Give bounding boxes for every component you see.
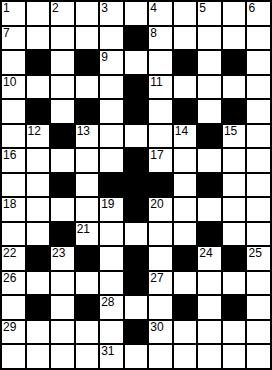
cell-r0c10[interactable]: 6 xyxy=(247,2,270,25)
cell-r13c6[interactable]: 30 xyxy=(149,321,172,344)
black-cell-r10c5 xyxy=(125,247,148,270)
cell-r3c8[interactable] xyxy=(198,76,221,99)
black-cell-r4c1 xyxy=(27,100,50,123)
cell-r4c4[interactable] xyxy=(100,100,123,123)
cell-r10c2[interactable]: 23 xyxy=(51,247,74,270)
black-cell-r5c2 xyxy=(51,125,74,148)
cell-r1c6[interactable]: 8 xyxy=(149,27,172,50)
clue-number: 21 xyxy=(77,223,90,236)
cell-r4c8[interactable] xyxy=(198,100,221,123)
cell-r3c0[interactable]: 10 xyxy=(2,76,25,99)
cell-r1c8[interactable] xyxy=(198,27,221,50)
cell-r5c3[interactable]: 13 xyxy=(76,125,99,148)
cell-r13c8[interactable] xyxy=(198,321,221,344)
black-cell-r12c3 xyxy=(76,296,99,319)
clue-number: 11 xyxy=(150,76,162,89)
cell-r1c3[interactable] xyxy=(76,27,99,50)
cell-r7c7[interactable] xyxy=(174,174,197,197)
clue-number: 15 xyxy=(224,125,237,138)
cell-r1c1[interactable] xyxy=(27,27,50,50)
cell-r0c6[interactable]: 4 xyxy=(149,2,172,25)
cell-r12c0[interactable] xyxy=(2,296,25,319)
cell-r0c7[interactable] xyxy=(174,2,197,25)
cell-r7c1[interactable] xyxy=(27,174,50,197)
clue-number: 26 xyxy=(3,272,16,285)
clue-number: 19 xyxy=(101,198,114,211)
cell-r6c4[interactable] xyxy=(100,149,123,172)
cell-r10c10[interactable]: 25 xyxy=(247,247,270,270)
cell-r8c3[interactable] xyxy=(76,198,99,221)
cell-r6c2[interactable] xyxy=(51,149,74,172)
cell-r10c8[interactable]: 24 xyxy=(198,247,221,270)
cell-r6c8[interactable] xyxy=(198,149,221,172)
cell-r11c8[interactable] xyxy=(198,272,221,295)
cell-r14c2[interactable] xyxy=(51,345,74,368)
cell-r12c2[interactable] xyxy=(51,296,74,319)
clue-number: 4 xyxy=(150,2,157,15)
cell-r8c9[interactable] xyxy=(223,198,246,221)
cell-r3c3[interactable] xyxy=(76,76,99,99)
cell-r8c10[interactable] xyxy=(247,198,270,221)
clue-number: 16 xyxy=(3,149,16,162)
black-cell-r4c3 xyxy=(76,100,99,123)
cell-r8c6[interactable]: 20 xyxy=(149,198,172,221)
black-cell-r2c9 xyxy=(223,51,246,74)
cell-r6c3[interactable] xyxy=(76,149,99,172)
cell-r9c1[interactable] xyxy=(27,223,50,246)
cell-r14c6[interactable] xyxy=(149,345,172,368)
cell-r4c6[interactable] xyxy=(149,100,172,123)
cell-r5c10[interactable] xyxy=(247,125,270,148)
cell-r6c1[interactable] xyxy=(27,149,50,172)
cell-r4c10[interactable] xyxy=(247,100,270,123)
cell-r1c0[interactable]: 7 xyxy=(2,27,25,50)
black-cell-r1c5 xyxy=(125,27,148,50)
cell-r11c4[interactable] xyxy=(100,272,123,295)
cell-r11c10[interactable] xyxy=(247,272,270,295)
black-cell-r7c4 xyxy=(100,174,123,197)
clue-number: 17 xyxy=(150,149,163,162)
clue-number: 29 xyxy=(3,321,16,334)
clue-number: 27 xyxy=(150,272,163,285)
cell-r2c8[interactable] xyxy=(198,51,221,74)
cell-r8c1[interactable] xyxy=(27,198,50,221)
cell-r14c5[interactable] xyxy=(125,345,148,368)
black-cell-r12c1 xyxy=(27,296,50,319)
cell-r12c10[interactable] xyxy=(247,296,270,319)
cell-r14c3[interactable] xyxy=(76,345,99,368)
black-cell-r9c8 xyxy=(198,223,221,246)
black-cell-r10c1 xyxy=(27,247,50,270)
cell-r0c1[interactable] xyxy=(27,2,50,25)
cell-r13c3[interactable] xyxy=(76,321,99,344)
cell-r3c9[interactable] xyxy=(223,76,246,99)
cell-r14c4[interactable]: 31 xyxy=(100,345,123,368)
cell-r11c6[interactable]: 27 xyxy=(149,272,172,295)
clue-number: 10 xyxy=(3,76,16,89)
black-cell-r7c8 xyxy=(198,174,221,197)
clue-number: 24 xyxy=(199,247,212,260)
cell-r0c2[interactable]: 2 xyxy=(51,2,74,25)
cell-r5c6[interactable] xyxy=(149,125,172,148)
cell-r6c0[interactable]: 16 xyxy=(2,149,25,172)
cell-r11c9[interactable] xyxy=(223,272,246,295)
black-cell-r7c5 xyxy=(125,174,148,197)
clue-number: 22 xyxy=(3,247,16,260)
cell-r2c10[interactable] xyxy=(247,51,270,74)
cell-r1c4[interactable] xyxy=(100,27,123,50)
cell-r0c9[interactable] xyxy=(223,2,246,25)
cell-r13c1[interactable] xyxy=(27,321,50,344)
cell-r11c0[interactable]: 26 xyxy=(2,272,25,295)
cell-r9c0[interactable] xyxy=(2,223,25,246)
cell-r12c8[interactable] xyxy=(198,296,221,319)
cell-r6c9[interactable] xyxy=(223,149,246,172)
clue-number: 28 xyxy=(101,296,114,309)
cell-r3c6[interactable]: 11 xyxy=(149,76,172,99)
cell-r5c0[interactable] xyxy=(2,125,25,148)
cell-r3c2[interactable] xyxy=(51,76,74,99)
clue-number: 1 xyxy=(3,2,10,15)
cell-r14c1[interactable] xyxy=(27,345,50,368)
cell-r8c8[interactable] xyxy=(198,198,221,221)
black-cell-r9c2 xyxy=(51,223,74,246)
clue-number: 9 xyxy=(101,51,108,64)
cell-r1c10[interactable] xyxy=(247,27,270,50)
black-cell-r2c7 xyxy=(174,51,197,74)
black-cell-r6c5 xyxy=(125,149,148,172)
clue-number: 14 xyxy=(175,125,188,138)
cell-r14c7[interactable] xyxy=(174,345,197,368)
clue-number: 13 xyxy=(77,125,90,138)
cell-r2c6[interactable] xyxy=(149,51,172,74)
cell-r4c2[interactable] xyxy=(51,100,74,123)
cell-r9c6[interactable] xyxy=(149,223,172,246)
clue-number: 25 xyxy=(248,247,261,260)
cell-r13c0[interactable]: 29 xyxy=(2,321,25,344)
cell-r4c0[interactable] xyxy=(2,100,25,123)
black-cell-r4c9 xyxy=(223,100,246,123)
black-cell-r2c1 xyxy=(27,51,50,74)
cell-r5c1[interactable]: 12 xyxy=(27,125,50,148)
clue-number: 31 xyxy=(101,345,114,358)
cell-r5c4[interactable] xyxy=(100,125,123,148)
clue-number: 5 xyxy=(199,2,206,15)
black-cell-r10c7 xyxy=(174,247,197,270)
black-cell-r7c6 xyxy=(149,174,172,197)
cell-r2c5[interactable] xyxy=(125,51,148,74)
black-cell-r11c5 xyxy=(125,272,148,295)
clue-number: 7 xyxy=(3,27,10,40)
black-cell-r12c7 xyxy=(174,296,197,319)
cell-r0c5[interactable] xyxy=(125,2,148,25)
cell-r5c5[interactable] xyxy=(125,125,148,148)
cell-r12c5[interactable] xyxy=(125,296,148,319)
cell-r13c7[interactable] xyxy=(174,321,197,344)
black-cell-r10c9 xyxy=(223,247,246,270)
cell-r10c4[interactable] xyxy=(100,247,123,270)
cell-r3c1[interactable] xyxy=(27,76,50,99)
cell-r9c3[interactable]: 21 xyxy=(76,223,99,246)
cell-r7c9[interactable] xyxy=(223,174,246,197)
cell-r7c3[interactable] xyxy=(76,174,99,197)
clue-number: 6 xyxy=(248,2,255,15)
cell-r3c10[interactable] xyxy=(247,76,270,99)
clue-number: 18 xyxy=(3,198,16,211)
cell-r9c9[interactable] xyxy=(223,223,246,246)
cell-r13c10[interactable] xyxy=(247,321,270,344)
cell-r11c3[interactable] xyxy=(76,272,99,295)
black-cell-r4c7 xyxy=(174,100,197,123)
black-cell-r4c5 xyxy=(125,100,148,123)
cell-r0c0[interactable]: 1 xyxy=(2,2,25,25)
cell-r8c4[interactable]: 19 xyxy=(100,198,123,221)
black-cell-r7c2 xyxy=(51,174,74,197)
cell-r12c6[interactable] xyxy=(149,296,172,319)
cell-r6c10[interactable] xyxy=(247,149,270,172)
cell-r13c2[interactable] xyxy=(51,321,74,344)
clue-number: 20 xyxy=(150,198,163,211)
cell-r9c5[interactable] xyxy=(125,223,148,246)
cell-r2c2[interactable] xyxy=(51,51,74,74)
cell-r8c2[interactable] xyxy=(51,198,74,221)
cell-r11c2[interactable] xyxy=(51,272,74,295)
cell-r7c10[interactable] xyxy=(247,174,270,197)
cell-r6c6[interactable]: 17 xyxy=(149,149,172,172)
cell-r6c7[interactable] xyxy=(174,149,197,172)
cell-r14c0[interactable] xyxy=(2,345,25,368)
cell-r12c4[interactable]: 28 xyxy=(100,296,123,319)
cell-r0c8[interactable]: 5 xyxy=(198,2,221,25)
cell-r14c9[interactable] xyxy=(223,345,246,368)
cell-r3c4[interactable] xyxy=(100,76,123,99)
clue-number: 2 xyxy=(52,2,59,15)
clue-number: 23 xyxy=(52,247,65,260)
cell-r1c9[interactable] xyxy=(223,27,246,50)
cell-r5c9[interactable]: 15 xyxy=(223,125,246,148)
crossword-grid: 1234567891011121314151617181920212223242… xyxy=(0,0,272,370)
cell-r14c8[interactable] xyxy=(198,345,221,368)
cell-r2c0[interactable] xyxy=(2,51,25,74)
cell-r5c7[interactable]: 14 xyxy=(174,125,197,148)
cell-r0c3[interactable] xyxy=(76,2,99,25)
black-cell-r5c8 xyxy=(198,125,221,148)
cell-r7c0[interactable] xyxy=(2,174,25,197)
clue-number: 30 xyxy=(150,321,163,334)
clue-number: 3 xyxy=(101,2,108,15)
cell-r1c7[interactable] xyxy=(174,27,197,50)
cell-r11c1[interactable] xyxy=(27,272,50,295)
black-cell-r2c3 xyxy=(76,51,99,74)
black-cell-r10c3 xyxy=(76,247,99,270)
clue-number: 12 xyxy=(28,125,41,138)
cell-r3c7[interactable] xyxy=(174,76,197,99)
cell-r0c4[interactable]: 3 xyxy=(100,2,123,25)
cell-r13c9[interactable] xyxy=(223,321,246,344)
cell-r11c7[interactable] xyxy=(174,272,197,295)
cell-r14c10[interactable] xyxy=(247,345,270,368)
cell-r9c10[interactable] xyxy=(247,223,270,246)
cell-r10c0[interactable]: 22 xyxy=(2,247,25,270)
cell-r1c2[interactable] xyxy=(51,27,74,50)
clue-number: 8 xyxy=(150,27,157,40)
cell-r2c4[interactable]: 9 xyxy=(100,51,123,74)
cell-r9c7[interactable] xyxy=(174,223,197,246)
black-cell-r13c5 xyxy=(125,321,148,344)
black-cell-r3c5 xyxy=(125,76,148,99)
cell-r8c7[interactable] xyxy=(174,198,197,221)
cell-r8c0[interactable]: 18 xyxy=(2,198,25,221)
cell-r10c6[interactable] xyxy=(149,247,172,270)
black-cell-r12c9 xyxy=(223,296,246,319)
cell-r13c4[interactable] xyxy=(100,321,123,344)
black-cell-r8c5 xyxy=(125,198,148,221)
cell-r9c4[interactable] xyxy=(100,223,123,246)
